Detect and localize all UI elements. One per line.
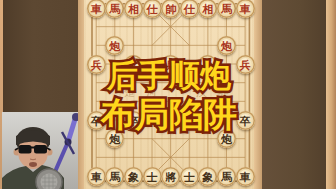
piece-red-車[interactable]: 車	[236, 0, 255, 18]
piece-label: 馬	[109, 3, 120, 14]
webcam-overlay	[2, 112, 78, 189]
piece-black-將[interactable]: 將	[161, 167, 180, 186]
piece-red-兵[interactable]: 兵	[198, 55, 217, 74]
piece-red-車[interactable]: 車	[87, 0, 106, 18]
right-background-panel	[262, 0, 326, 189]
thumbnail-scene: 楚 河 汉 界 車馬相仕帥仕相馬車炮炮兵兵兵兵兵卒卒卒卒卒炮炮車馬象士將士象馬車…	[0, 0, 336, 189]
piece-black-卒[interactable]: 卒	[124, 111, 143, 130]
right-edge-strip	[326, 0, 336, 189]
piece-red-兵[interactable]: 兵	[236, 55, 255, 74]
piece-label: 炮	[221, 134, 232, 145]
piece-label: 卒	[91, 115, 102, 126]
piece-label: 車	[91, 3, 102, 14]
piece-red-兵[interactable]: 兵	[124, 55, 143, 74]
piece-label: 卒	[202, 115, 213, 126]
piece-black-馬[interactable]: 馬	[105, 167, 124, 186]
piece-label: 炮	[221, 40, 232, 51]
piece-label: 馬	[109, 171, 120, 182]
piece-black-象[interactable]: 象	[124, 167, 143, 186]
piece-red-兵[interactable]: 兵	[87, 55, 106, 74]
piece-label: 兵	[165, 59, 176, 70]
piece-red-炮[interactable]: 炮	[217, 36, 236, 55]
piece-label: 象	[128, 171, 139, 182]
river-text-right: 汉 界	[196, 86, 233, 98]
piece-label: 卒	[128, 115, 139, 126]
piece-label: 炮	[109, 40, 120, 51]
piece-label: 車	[240, 3, 251, 14]
piece-label: 馬	[221, 171, 232, 182]
piece-label: 卒	[240, 115, 251, 126]
piece-black-象[interactable]: 象	[198, 167, 217, 186]
piece-black-車[interactable]: 車	[87, 167, 106, 186]
piece-label: 兵	[202, 59, 213, 70]
piece-label: 兵	[240, 59, 251, 70]
river-text-left: 楚 河	[124, 86, 161, 98]
piece-black-卒[interactable]: 卒	[236, 111, 255, 130]
piece-red-兵[interactable]: 兵	[161, 55, 180, 74]
piece-label: 士	[184, 171, 195, 182]
piece-red-仕[interactable]: 仕	[143, 0, 162, 18]
board-grid: 楚 河 汉 界	[84, 0, 254, 189]
piece-red-馬[interactable]: 馬	[105, 0, 124, 18]
piece-red-炮[interactable]: 炮	[105, 36, 124, 55]
piece-red-仕[interactable]: 仕	[180, 0, 199, 18]
piece-black-卒[interactable]: 卒	[87, 111, 106, 130]
piece-label: 士	[147, 171, 158, 182]
piece-black-馬[interactable]: 馬	[217, 167, 236, 186]
piece-red-馬[interactable]: 馬	[217, 0, 236, 18]
piece-black-卒[interactable]: 卒	[161, 111, 180, 130]
piece-black-士[interactable]: 士	[143, 167, 162, 186]
microphone-icon	[36, 169, 62, 189]
piece-label: 兵	[128, 59, 139, 70]
piece-red-相[interactable]: 相	[198, 0, 217, 18]
piece-label: 帥	[165, 3, 176, 14]
piece-label: 炮	[109, 134, 120, 145]
piece-label: 車	[91, 171, 102, 182]
piece-label: 相	[128, 3, 139, 14]
piece-label: 將	[165, 171, 176, 182]
piece-red-相[interactable]: 相	[124, 0, 143, 18]
piece-red-帥[interactable]: 帥	[161, 0, 180, 18]
piece-label: 仕	[147, 3, 158, 14]
piece-label: 象	[202, 171, 213, 182]
mouth	[29, 162, 37, 167]
piece-label: 馬	[221, 3, 232, 14]
piece-label: 車	[240, 171, 251, 182]
piece-label: 仕	[184, 3, 195, 14]
piece-black-士[interactable]: 士	[180, 167, 199, 186]
piece-black-卒[interactable]: 卒	[198, 111, 217, 130]
piece-black-車[interactable]: 車	[236, 167, 255, 186]
piece-label: 兵	[91, 59, 102, 70]
piece-label: 相	[202, 3, 213, 14]
piece-label: 卒	[165, 115, 176, 126]
